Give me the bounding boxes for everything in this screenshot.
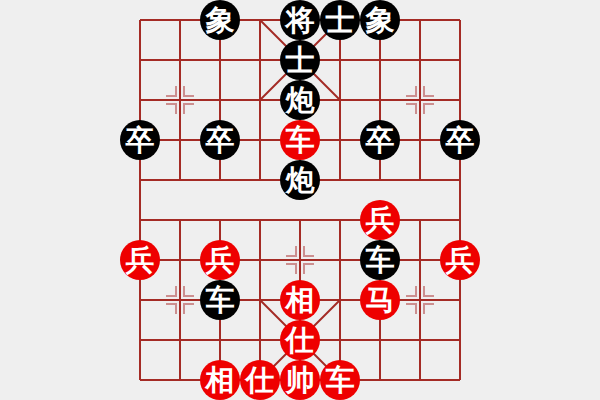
piece-black-f10[interactable]: 士 <box>320 0 360 40</box>
piece-red-c4[interactable]: 兵 <box>200 240 240 280</box>
intersection-d8[interactable] <box>240 80 280 120</box>
piece-black-a7[interactable]: 卒 <box>120 120 160 160</box>
intersection-g9[interactable] <box>360 40 400 80</box>
intersection-i1[interactable] <box>440 360 480 400</box>
piece-red-g5[interactable]: 兵 <box>360 200 400 240</box>
intersection-c9[interactable] <box>200 40 240 80</box>
intersection-g6[interactable] <box>360 160 400 200</box>
piece-red-a4[interactable]: 兵 <box>120 240 160 280</box>
piece-red-f1[interactable]: 车 <box>320 360 360 400</box>
intersection-b6[interactable] <box>160 160 200 200</box>
intersection-h1[interactable] <box>400 360 440 400</box>
piece-black-g4[interactable]: 车 <box>360 240 400 280</box>
intersection-h9[interactable] <box>400 40 440 80</box>
intersection-g1[interactable] <box>360 360 400 400</box>
intersection-b2[interactable] <box>160 320 200 360</box>
intersection-g2[interactable] <box>360 320 400 360</box>
intersection-d6[interactable] <box>240 160 280 200</box>
point-marker-e4 <box>286 246 314 274</box>
intersection-f7[interactable] <box>320 120 360 160</box>
intersection-h6[interactable] <box>400 160 440 200</box>
piece-black-g10[interactable]: 象 <box>360 0 400 40</box>
intersection-i3[interactable] <box>440 280 480 320</box>
intersection-f8[interactable] <box>320 80 360 120</box>
intersection-h7[interactable] <box>400 120 440 160</box>
intersection-f5[interactable] <box>320 200 360 240</box>
piece-black-e10[interactable]: 将 <box>280 0 320 40</box>
piece-black-c7[interactable]: 卒 <box>200 120 240 160</box>
intersection-b7[interactable] <box>160 120 200 160</box>
piece-black-e6[interactable]: 炮 <box>280 160 320 200</box>
intersection-d9[interactable] <box>240 40 280 80</box>
piece-red-e3[interactable]: 相 <box>280 280 320 320</box>
piece-red-g3[interactable]: 马 <box>360 280 400 320</box>
intersection-d3[interactable] <box>240 280 280 320</box>
intersection-i10[interactable] <box>440 0 480 40</box>
intersection-d4[interactable] <box>240 240 280 280</box>
piece-black-e8[interactable]: 炮 <box>280 80 320 120</box>
point-marker-h3 <box>406 286 434 314</box>
intersection-i2[interactable] <box>440 320 480 360</box>
xiangqi-board: 象将士象士炮卒卒车卒卒炮兵兵兵车兵车相马仕相仕帅车 <box>0 0 600 400</box>
intersection-b4[interactable] <box>160 240 200 280</box>
point-marker-b3 <box>166 286 194 314</box>
intersection-g8[interactable] <box>360 80 400 120</box>
intersection-f2[interactable] <box>320 320 360 360</box>
piece-red-c1[interactable]: 相 <box>200 360 240 400</box>
intersection-e5[interactable] <box>280 200 320 240</box>
intersection-c8[interactable] <box>200 80 240 120</box>
intersection-i9[interactable] <box>440 40 480 80</box>
intersection-c2[interactable] <box>200 320 240 360</box>
intersection-b5[interactable] <box>160 200 200 240</box>
intersection-a9[interactable] <box>120 40 160 80</box>
intersection-a1[interactable] <box>120 360 160 400</box>
intersection-a3[interactable] <box>120 280 160 320</box>
intersection-b10[interactable] <box>160 0 200 40</box>
intersection-f4[interactable] <box>320 240 360 280</box>
intersection-d10[interactable] <box>240 0 280 40</box>
intersection-b9[interactable] <box>160 40 200 80</box>
point-marker-h8 <box>406 86 434 114</box>
piece-red-e2[interactable]: 仕 <box>280 320 320 360</box>
point-marker-b8 <box>166 86 194 114</box>
piece-red-d1[interactable]: 仕 <box>240 360 280 400</box>
intersection-d5[interactable] <box>240 200 280 240</box>
intersection-a10[interactable] <box>120 0 160 40</box>
intersection-f6[interactable] <box>320 160 360 200</box>
piece-red-e7[interactable]: 车 <box>280 120 320 160</box>
intersection-a5[interactable] <box>120 200 160 240</box>
piece-black-c3[interactable]: 车 <box>200 280 240 320</box>
intersection-a8[interactable] <box>120 80 160 120</box>
intersection-f9[interactable] <box>320 40 360 80</box>
intersection-h4[interactable] <box>400 240 440 280</box>
piece-red-i4[interactable]: 兵 <box>440 240 480 280</box>
intersection-d7[interactable] <box>240 120 280 160</box>
intersection-a6[interactable] <box>120 160 160 200</box>
piece-black-e9[interactable]: 士 <box>280 40 320 80</box>
piece-black-c10[interactable]: 象 <box>200 0 240 40</box>
intersection-h10[interactable] <box>400 0 440 40</box>
intersection-c6[interactable] <box>200 160 240 200</box>
piece-red-e1[interactable]: 帅 <box>280 360 320 400</box>
intersection-c5[interactable] <box>200 200 240 240</box>
intersection-h5[interactable] <box>400 200 440 240</box>
intersection-d2[interactable] <box>240 320 280 360</box>
intersection-b1[interactable] <box>160 360 200 400</box>
intersection-a2[interactable] <box>120 320 160 360</box>
intersection-i6[interactable] <box>440 160 480 200</box>
intersection-i8[interactable] <box>440 80 480 120</box>
intersection-f3[interactable] <box>320 280 360 320</box>
intersection-i5[interactable] <box>440 200 480 240</box>
piece-black-g7[interactable]: 卒 <box>360 120 400 160</box>
piece-black-i7[interactable]: 卒 <box>440 120 480 160</box>
intersection-h2[interactable] <box>400 320 440 360</box>
